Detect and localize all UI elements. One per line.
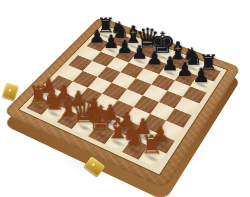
black-pawn-h7: ♟ xyxy=(192,65,210,85)
square-h1: ♜ xyxy=(139,146,166,168)
chess-set-photo: ♜♞♝♛♚♝♞♜♟♟♟♟♟♟♟♟♟♟♟♟♟♟♟♟♜♞♝♛♚♝♞♜ xyxy=(0,0,250,197)
white-rook-h1: ♜ xyxy=(140,132,163,158)
